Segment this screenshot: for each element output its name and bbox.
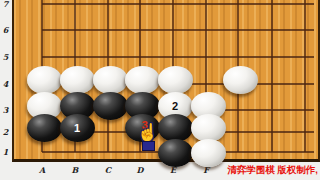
- row-label-7: 7: [0, 0, 11, 9]
- move-number-label: 1: [74, 122, 80, 134]
- row-label-2: 2: [0, 127, 11, 137]
- stone-white-C4[interactable]: [93, 66, 128, 94]
- stone-black-A2[interactable]: [27, 114, 62, 142]
- stone-black-B2[interactable]: 1: [60, 114, 95, 142]
- column-label-B: B: [69, 165, 81, 176]
- column-label-A: A: [36, 165, 48, 176]
- watermark-text: 清弈学围棋 版权制作,: [227, 164, 318, 177]
- stone-black-E2[interactable]: [158, 114, 193, 142]
- stone-white-A4[interactable]: [27, 66, 62, 94]
- cursor-cuff: [142, 141, 155, 151]
- stone-white-G4[interactable]: [223, 66, 258, 94]
- column-label-D: D: [134, 165, 146, 176]
- stone-black-C3[interactable]: [93, 92, 128, 120]
- stone-black-E1[interactable]: [158, 139, 193, 167]
- row-coordinates-strip: 7654321: [0, 0, 12, 162]
- row-label-3: 3: [0, 105, 11, 115]
- move-number-label: 2: [172, 100, 178, 112]
- row-label-5: 5: [0, 52, 11, 62]
- go-app-screen: 213 7654321 ABCDEF 清弈学围棋 版权制作, ☝: [0, 0, 320, 180]
- stone-white-B4[interactable]: [60, 66, 95, 94]
- stone-white-E4[interactable]: [158, 66, 193, 94]
- row-label-1: 1: [0, 147, 11, 157]
- column-label-C: C: [102, 165, 114, 176]
- stone-white-D4[interactable]: [125, 66, 160, 94]
- stone-white-F1[interactable]: [191, 139, 226, 167]
- row-label-6: 6: [0, 25, 11, 35]
- stone-white-F2[interactable]: [191, 114, 226, 142]
- row-label-4: 4: [0, 79, 11, 89]
- pointing-hand-icon: ☝: [137, 124, 158, 141]
